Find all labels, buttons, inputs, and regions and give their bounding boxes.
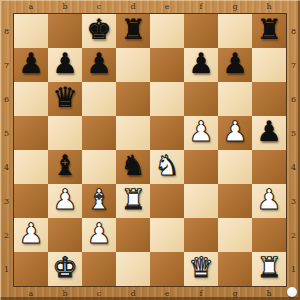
square-f2[interactable] [184, 218, 218, 252]
coordinate-label-1: 1 [0, 252, 13, 286]
coordinate-label-e: e [150, 287, 184, 300]
coordinate-label-7: 7 [287, 48, 300, 82]
square-a4[interactable] [14, 150, 48, 184]
square-c8[interactable]: ♚ [82, 14, 116, 48]
square-c2[interactable]: ♟ [82, 218, 116, 252]
piece-white-pawn[interactable]: ♟ [18, 220, 43, 248]
square-g6[interactable] [218, 82, 252, 116]
square-e4[interactable]: ♞ [150, 150, 184, 184]
piece-white-pawn[interactable]: ♟ [188, 118, 213, 146]
square-g8[interactable] [218, 14, 252, 48]
coordinate-label-6: 6 [0, 82, 13, 116]
piece-white-bishop[interactable]: ♝ [86, 186, 111, 214]
square-h5[interactable]: ♟ [252, 116, 286, 150]
piece-white-rook[interactable]: ♜ [256, 254, 281, 282]
square-g4[interactable] [218, 150, 252, 184]
square-f4[interactable] [184, 150, 218, 184]
square-c7[interactable]: ♟ [82, 48, 116, 82]
piece-black-pawn[interactable]: ♟ [222, 50, 247, 78]
square-e5[interactable] [150, 116, 184, 150]
coordinate-label-3: 3 [0, 184, 13, 218]
coordinate-label-5: 5 [0, 116, 13, 150]
coordinate-label-4: 4 [287, 150, 300, 184]
coordinate-label-c: c [82, 0, 116, 13]
square-c3[interactable]: ♝ [82, 184, 116, 218]
piece-white-pawn[interactable]: ♟ [52, 186, 77, 214]
piece-white-rook[interactable]: ♜ [120, 186, 145, 214]
coordinate-label-8: 8 [0, 14, 13, 48]
square-h2[interactable] [252, 218, 286, 252]
coordinate-label-2: 2 [0, 218, 13, 252]
piece-black-pawn[interactable]: ♟ [188, 50, 213, 78]
square-e3[interactable] [150, 184, 184, 218]
piece-white-queen[interactable]: ♛ [188, 254, 213, 282]
square-b3[interactable]: ♟ [48, 184, 82, 218]
square-a7[interactable]: ♟ [14, 48, 48, 82]
piece-white-pawn[interactable]: ♟ [86, 220, 111, 248]
coordinate-label-g: g [218, 0, 252, 13]
square-a6[interactable] [14, 82, 48, 116]
square-a1[interactable] [14, 252, 48, 286]
square-c4[interactable] [82, 150, 116, 184]
square-b2[interactable] [48, 218, 82, 252]
square-b5[interactable] [48, 116, 82, 150]
coordinate-label-f: f [184, 287, 218, 300]
square-h6[interactable] [252, 82, 286, 116]
square-g7[interactable]: ♟ [218, 48, 252, 82]
square-a8[interactable] [14, 14, 48, 48]
piece-black-queen[interactable]: ♛ [52, 84, 77, 112]
piece-black-pawn[interactable]: ♟ [18, 50, 43, 78]
square-c5[interactable] [82, 116, 116, 150]
square-e6[interactable] [150, 82, 184, 116]
rank-labels-left: 87654321 [0, 14, 13, 286]
piece-black-rook[interactable]: ♜ [256, 16, 281, 44]
coordinate-label-a: a [14, 287, 48, 300]
piece-white-pawn[interactable]: ♟ [256, 186, 281, 214]
square-g2[interactable] [218, 218, 252, 252]
square-f3[interactable] [184, 184, 218, 218]
coordinate-label-e: e [150, 0, 184, 13]
square-b8[interactable] [48, 14, 82, 48]
coordinate-label-4: 4 [0, 150, 13, 184]
piece-white-pawn[interactable]: ♟ [222, 118, 247, 146]
piece-black-bishop[interactable]: ♝ [52, 152, 77, 180]
square-d1[interactable] [116, 252, 150, 286]
piece-black-pawn[interactable]: ♟ [86, 50, 111, 78]
square-e1[interactable] [150, 252, 184, 286]
square-a3[interactable] [14, 184, 48, 218]
chess-board-frame: abcdefgh abcdefgh 87654321 87654321 ♚♜♜♟… [0, 0, 300, 300]
square-h7[interactable] [252, 48, 286, 82]
square-d5[interactable] [116, 116, 150, 150]
piece-white-king[interactable]: ♚ [52, 254, 77, 282]
square-b7[interactable]: ♟ [48, 48, 82, 82]
square-g5[interactable]: ♟ [218, 116, 252, 150]
square-c1[interactable] [82, 252, 116, 286]
square-g1[interactable] [218, 252, 252, 286]
coordinate-label-g: g [218, 287, 252, 300]
white-to-move-indicator [287, 287, 297, 297]
square-a2[interactable]: ♟ [14, 218, 48, 252]
coordinate-label-a: a [14, 0, 48, 13]
square-e8[interactable] [150, 14, 184, 48]
piece-black-king[interactable]: ♚ [86, 16, 111, 44]
coordinate-label-3: 3 [287, 184, 300, 218]
square-d6[interactable] [116, 82, 150, 116]
coordinate-label-f: f [184, 0, 218, 13]
coordinate-label-6: 6 [287, 82, 300, 116]
square-h1[interactable]: ♜ [252, 252, 286, 286]
square-a5[interactable] [14, 116, 48, 150]
coordinate-label-7: 7 [0, 48, 13, 82]
square-d3[interactable]: ♜ [116, 184, 150, 218]
square-f8[interactable] [184, 14, 218, 48]
square-d7[interactable] [116, 48, 150, 82]
square-d2[interactable] [116, 218, 150, 252]
square-f1[interactable]: ♛ [184, 252, 218, 286]
coordinate-label-8: 8 [287, 14, 300, 48]
rank-labels-right: 87654321 [287, 14, 300, 286]
square-f6[interactable] [184, 82, 218, 116]
coordinate-label-b: b [48, 0, 82, 13]
square-b6[interactable]: ♛ [48, 82, 82, 116]
piece-white-knight[interactable]: ♞ [154, 152, 179, 180]
square-d8[interactable]: ♜ [116, 14, 150, 48]
square-e7[interactable] [150, 48, 184, 82]
piece-black-rook[interactable]: ♜ [120, 16, 145, 44]
coordinate-label-5: 5 [287, 116, 300, 150]
square-c6[interactable] [82, 82, 116, 116]
square-h3[interactable]: ♟ [252, 184, 286, 218]
coordinate-label-d: d [116, 287, 150, 300]
chess-board: ♚♜♜♟♟♟♟♟♛♟♟♟♝♞♞♟♝♜♟♟♟♚♛♜ [13, 13, 287, 287]
square-h8[interactable]: ♜ [252, 14, 286, 48]
square-h4[interactable] [252, 150, 286, 184]
piece-black-knight[interactable]: ♞ [120, 152, 145, 180]
coordinate-label-1: 1 [287, 252, 300, 286]
piece-black-pawn[interactable]: ♟ [52, 50, 77, 78]
coordinate-label-h: h [252, 0, 286, 13]
coordinate-label-2: 2 [287, 218, 300, 252]
file-labels-top: abcdefgh [14, 0, 286, 13]
square-b1[interactable]: ♚ [48, 252, 82, 286]
square-f7[interactable]: ♟ [184, 48, 218, 82]
square-d4[interactable]: ♞ [116, 150, 150, 184]
square-f5[interactable]: ♟ [184, 116, 218, 150]
piece-black-pawn[interactable]: ♟ [256, 118, 281, 146]
coordinate-label-h: h [252, 287, 286, 300]
coordinate-label-c: c [82, 287, 116, 300]
file-labels-bottom: abcdefgh [14, 287, 286, 300]
square-b4[interactable]: ♝ [48, 150, 82, 184]
square-g3[interactable] [218, 184, 252, 218]
square-e2[interactable] [150, 218, 184, 252]
coordinate-label-d: d [116, 0, 150, 13]
coordinate-label-b: b [48, 287, 82, 300]
